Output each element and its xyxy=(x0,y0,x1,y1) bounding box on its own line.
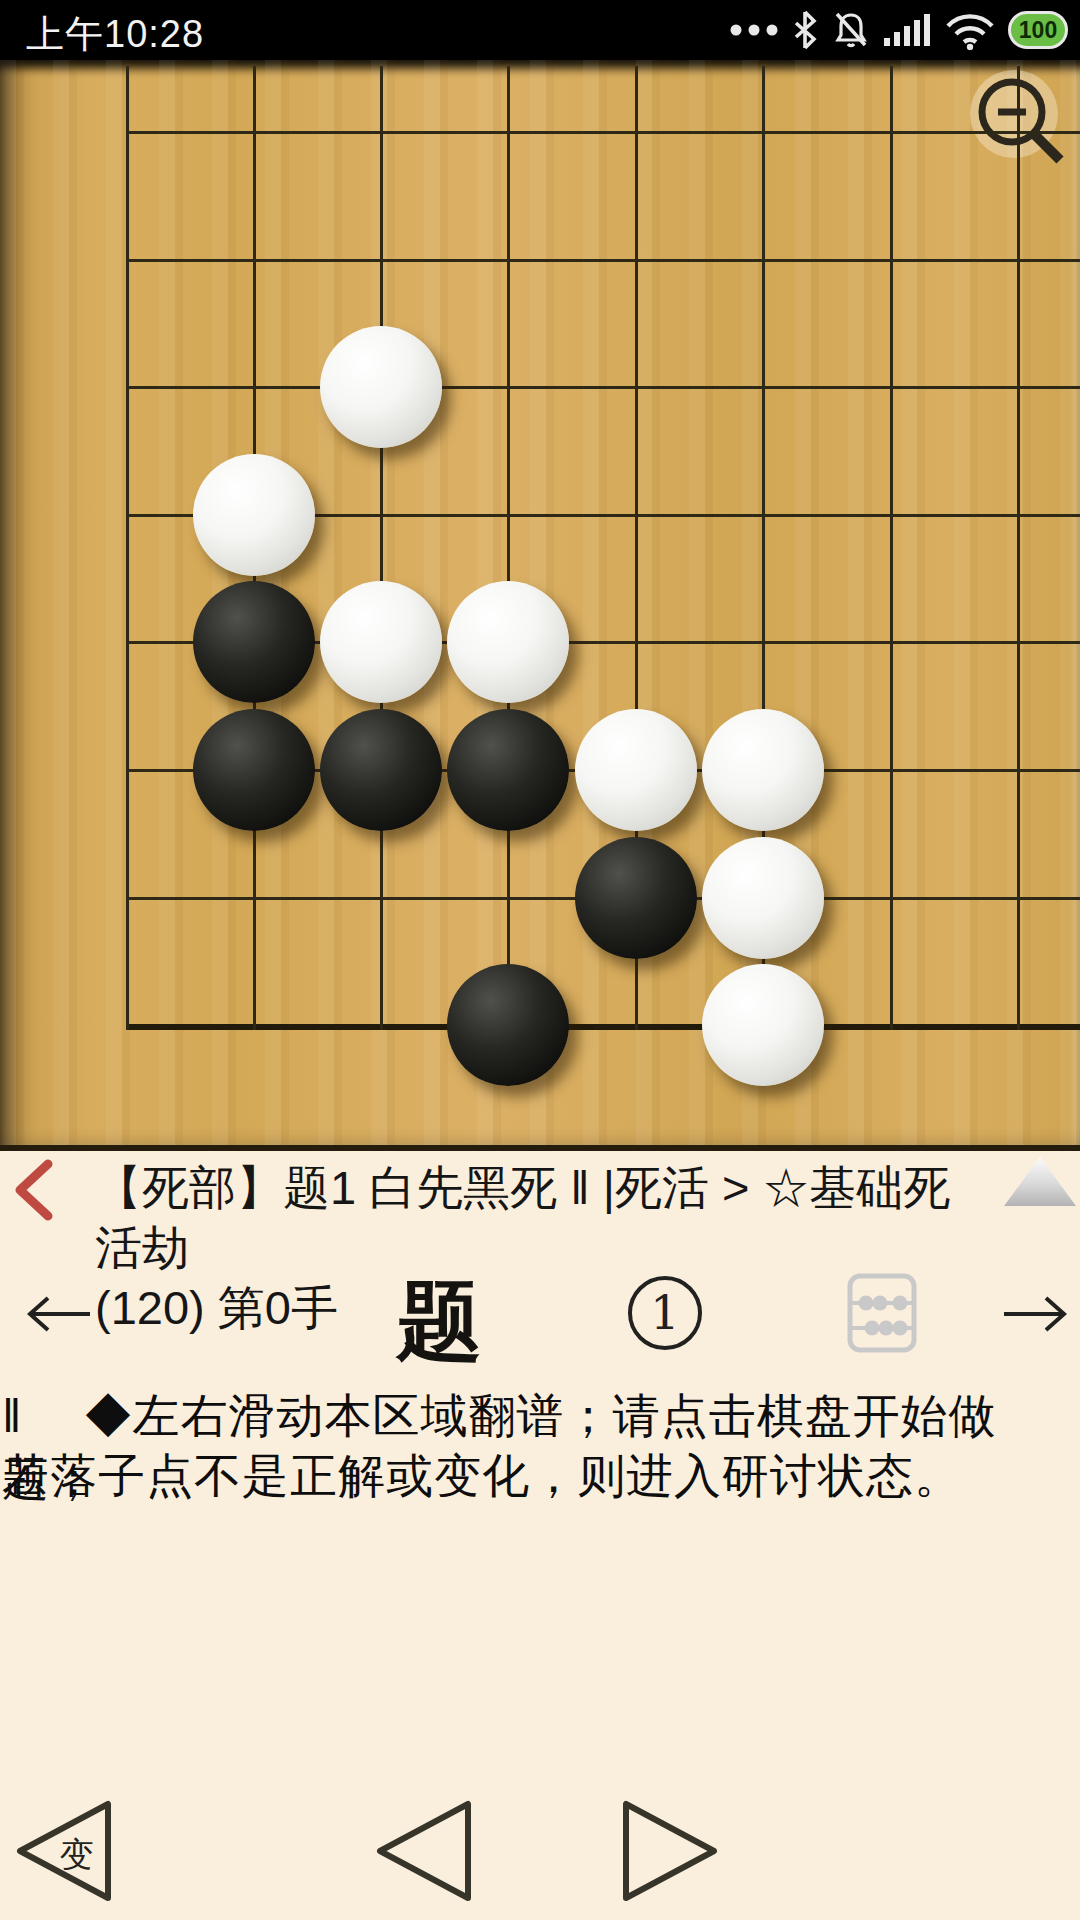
white-stone xyxy=(702,837,824,959)
move-number-badge[interactable]: 1 xyxy=(628,1276,702,1350)
white-stone xyxy=(447,581,569,703)
variation-button-label: 变 xyxy=(60,1832,94,1878)
white-stone xyxy=(320,581,442,703)
right-triangle-icon xyxy=(626,1804,714,1898)
left-triangle-icon xyxy=(380,1804,468,1898)
next-move-button[interactable] xyxy=(616,1792,726,1910)
board-grid-vline xyxy=(1017,66,1020,1030)
more-dots-icon xyxy=(728,23,780,37)
problem-title-line1: 【死部】题1 白先黑死 ‖ |死活 > ☆基础死活劫 xyxy=(95,1158,995,1278)
bluetooth-icon xyxy=(792,10,818,50)
board-grid-hline xyxy=(126,259,1080,262)
nav-prev-arrow[interactable] xyxy=(22,1292,94,1336)
board-grid-hline xyxy=(126,386,1080,389)
black-stone xyxy=(193,709,315,831)
go-problem-app-screen: { "status_bar": { "time": "上午10:28", "ba… xyxy=(0,0,1080,1920)
black-stone xyxy=(320,709,442,831)
notifications-muted-icon xyxy=(830,9,872,51)
white-stone xyxy=(702,709,824,831)
go-board[interactable] xyxy=(0,60,1080,1151)
back-chevron-button[interactable] xyxy=(10,1158,58,1222)
battery-icon: 100 xyxy=(1008,11,1068,49)
black-stone xyxy=(447,964,569,1086)
status-icons: 100 xyxy=(728,0,1068,60)
black-stone xyxy=(575,837,697,959)
nav-next-arrow[interactable] xyxy=(1000,1292,1072,1336)
clock: 上午10:28 xyxy=(26,9,204,60)
white-stone xyxy=(575,709,697,831)
board-grid-vline xyxy=(890,66,893,1030)
problem-mode-glyph[interactable]: 题 xyxy=(396,1264,482,1381)
black-stone xyxy=(447,709,569,831)
prev-move-button[interactable] xyxy=(368,1792,478,1910)
wifi-icon xyxy=(944,10,996,50)
up-triangle-icon xyxy=(1004,1157,1076,1206)
white-stone xyxy=(320,326,442,448)
board-grid-vline xyxy=(380,66,383,1030)
white-stone xyxy=(193,454,315,576)
status-bar: 上午10:28 100 xyxy=(0,0,1080,60)
battery-percent: 100 xyxy=(1019,17,1057,44)
collapse-panel-button[interactable] xyxy=(1000,1152,1080,1212)
board-bottom-edge-line xyxy=(126,1024,1080,1030)
white-stone xyxy=(702,964,824,1086)
board-grid-hline xyxy=(126,131,1080,134)
board-grid-vline xyxy=(126,66,129,1030)
instruction-line2[interactable]: 若落子点不是正解或变化，则进入研讨状态。 xyxy=(2,1445,1080,1508)
move-number: 1 xyxy=(650,1286,679,1340)
abacus-icon[interactable] xyxy=(846,1272,918,1354)
black-stone xyxy=(193,581,315,703)
board-grid-vline xyxy=(507,66,510,1030)
zoom-out-icon[interactable] xyxy=(968,68,1074,176)
signal-bars-icon xyxy=(884,10,932,50)
